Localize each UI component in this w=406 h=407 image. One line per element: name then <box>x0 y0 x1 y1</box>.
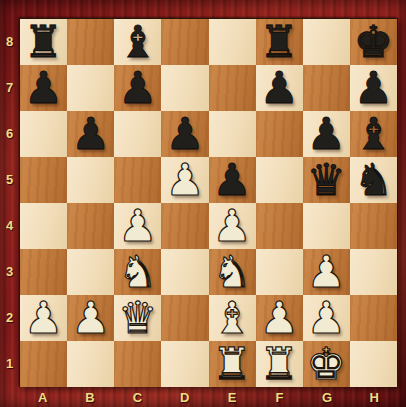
piece-white-pawn: ♟ <box>212 203 251 249</box>
square-b2[interactable]: ♟ <box>67 295 114 341</box>
square-e8[interactable] <box>209 19 256 65</box>
rank-label-1: 1 <box>0 341 19 387</box>
rank-labels: 87654321 <box>0 18 19 387</box>
square-d5[interactable]: ♟ <box>161 157 208 203</box>
piece-white-king: ♚ <box>307 341 346 387</box>
chess-board-frame: 87654321 ♜♝♜♚♟♟♟♟♟♟♟♝♟♟♛♞♟♟♞♞♟♟♟♛♝♟♟♜♜♚ … <box>0 0 406 407</box>
square-e1[interactable]: ♜ <box>209 341 256 387</box>
file-labels: ABCDEFGH <box>19 387 398 407</box>
square-d4[interactable] <box>161 203 208 249</box>
piece-black-pawn: ♟ <box>24 65 63 111</box>
file-label-b: B <box>66 387 113 407</box>
piece-black-pawn: ♟ <box>354 65 393 111</box>
square-d6[interactable]: ♟ <box>161 111 208 157</box>
square-c1[interactable] <box>114 341 161 387</box>
square-b5[interactable] <box>67 157 114 203</box>
square-c8[interactable]: ♝ <box>114 19 161 65</box>
square-d2[interactable] <box>161 295 208 341</box>
file-label-e: E <box>209 387 256 407</box>
square-b3[interactable] <box>67 249 114 295</box>
file-label-f: F <box>256 387 303 407</box>
piece-black-bishop: ♝ <box>354 111 393 157</box>
piece-black-pawn: ♟ <box>165 111 204 157</box>
file-label-h: H <box>351 387 398 407</box>
piece-black-pawn: ♟ <box>212 157 251 203</box>
piece-white-rook: ♜ <box>212 341 251 387</box>
square-a8[interactable]: ♜ <box>20 19 67 65</box>
square-g1[interactable]: ♚ <box>303 341 350 387</box>
square-c5[interactable] <box>114 157 161 203</box>
square-g6[interactable]: ♟ <box>303 111 350 157</box>
piece-black-bishop: ♝ <box>118 19 157 65</box>
square-a6[interactable] <box>20 111 67 157</box>
square-a4[interactable] <box>20 203 67 249</box>
square-h8[interactable]: ♚ <box>350 19 397 65</box>
square-f7[interactable]: ♟ <box>256 65 303 111</box>
square-d7[interactable] <box>161 65 208 111</box>
square-e3[interactable]: ♞ <box>209 249 256 295</box>
square-g3[interactable]: ♟ <box>303 249 350 295</box>
square-b1[interactable] <box>67 341 114 387</box>
rank-label-2: 2 <box>0 295 19 341</box>
square-g4[interactable] <box>303 203 350 249</box>
square-c7[interactable]: ♟ <box>114 65 161 111</box>
square-e4[interactable]: ♟ <box>209 203 256 249</box>
square-f3[interactable] <box>256 249 303 295</box>
square-c6[interactable] <box>114 111 161 157</box>
square-h5[interactable]: ♞ <box>350 157 397 203</box>
square-h7[interactable]: ♟ <box>350 65 397 111</box>
square-a2[interactable]: ♟ <box>20 295 67 341</box>
rank-label-3: 3 <box>0 249 19 295</box>
square-d3[interactable] <box>161 249 208 295</box>
piece-white-knight: ♞ <box>212 249 251 295</box>
file-label-a: A <box>19 387 66 407</box>
square-e2[interactable]: ♝ <box>209 295 256 341</box>
square-h3[interactable] <box>350 249 397 295</box>
file-label-c: C <box>114 387 161 407</box>
square-b8[interactable] <box>67 19 114 65</box>
piece-white-rook: ♜ <box>259 341 298 387</box>
square-g2[interactable]: ♟ <box>303 295 350 341</box>
piece-white-pawn: ♟ <box>307 249 346 295</box>
piece-black-pawn: ♟ <box>259 65 298 111</box>
piece-black-knight: ♞ <box>354 157 393 203</box>
piece-white-pawn: ♟ <box>259 295 298 341</box>
piece-black-king: ♚ <box>354 19 393 65</box>
piece-white-pawn: ♟ <box>24 295 63 341</box>
square-h1[interactable] <box>350 341 397 387</box>
piece-black-pawn: ♟ <box>118 65 157 111</box>
rank-label-5: 5 <box>0 156 19 202</box>
square-e6[interactable] <box>209 111 256 157</box>
piece-white-queen: ♛ <box>118 295 157 341</box>
piece-white-pawn: ♟ <box>165 157 204 203</box>
square-f2[interactable]: ♟ <box>256 295 303 341</box>
square-h6[interactable]: ♝ <box>350 111 397 157</box>
square-h4[interactable] <box>350 203 397 249</box>
square-a7[interactable]: ♟ <box>20 65 67 111</box>
square-g8[interactable] <box>303 19 350 65</box>
piece-black-pawn: ♟ <box>307 111 346 157</box>
square-a5[interactable] <box>20 157 67 203</box>
piece-white-pawn: ♟ <box>307 295 346 341</box>
square-c3[interactable]: ♞ <box>114 249 161 295</box>
piece-black-rook: ♜ <box>259 19 298 65</box>
square-g5[interactable]: ♛ <box>303 157 350 203</box>
rank-label-4: 4 <box>0 203 19 249</box>
square-f6[interactable] <box>256 111 303 157</box>
square-e5[interactable]: ♟ <box>209 157 256 203</box>
square-h2[interactable] <box>350 295 397 341</box>
square-a3[interactable] <box>20 249 67 295</box>
rank-label-6: 6 <box>0 110 19 156</box>
square-f1[interactable]: ♜ <box>256 341 303 387</box>
square-b6[interactable]: ♟ <box>67 111 114 157</box>
square-c4[interactable]: ♟ <box>114 203 161 249</box>
square-f5[interactable] <box>256 157 303 203</box>
piece-black-rook: ♜ <box>24 19 63 65</box>
square-f8[interactable]: ♜ <box>256 19 303 65</box>
square-e7[interactable] <box>209 65 256 111</box>
rank-label-7: 7 <box>0 64 19 110</box>
square-d8[interactable] <box>161 19 208 65</box>
piece-black-queen: ♛ <box>307 157 346 203</box>
chess-board: ♜♝♜♚♟♟♟♟♟♟♟♝♟♟♛♞♟♟♞♞♟♟♟♛♝♟♟♜♜♚ <box>19 18 398 387</box>
piece-white-pawn: ♟ <box>118 203 157 249</box>
piece-white-pawn: ♟ <box>71 295 110 341</box>
square-c2[interactable]: ♛ <box>114 295 161 341</box>
square-b4[interactable] <box>67 203 114 249</box>
piece-white-bishop: ♝ <box>212 295 251 341</box>
square-f4[interactable] <box>256 203 303 249</box>
piece-white-knight: ♞ <box>118 249 157 295</box>
square-g7[interactable] <box>303 65 350 111</box>
square-d1[interactable] <box>161 341 208 387</box>
square-a1[interactable] <box>20 341 67 387</box>
file-label-d: D <box>161 387 208 407</box>
square-b7[interactable] <box>67 65 114 111</box>
rank-label-8: 8 <box>0 18 19 64</box>
piece-black-pawn: ♟ <box>71 111 110 157</box>
file-label-g: G <box>303 387 350 407</box>
